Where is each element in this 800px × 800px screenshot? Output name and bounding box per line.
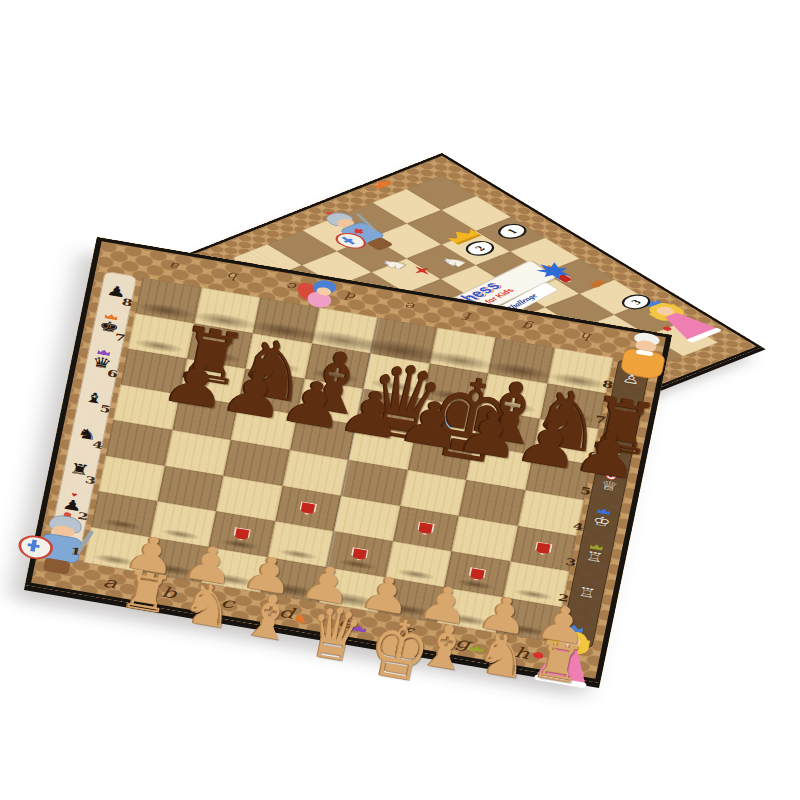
legend-black-knight: ♞	[75, 425, 98, 442]
track-number: 3	[628, 298, 644, 306]
track-number: 1	[504, 227, 520, 235]
black-pawn-glyph: ♟	[570, 419, 647, 489]
track-number: 2	[472, 244, 488, 252]
red-heart-icon: ♥	[71, 491, 78, 498]
file-label-top-e: e	[405, 300, 417, 313]
legend-white-king: ♔	[592, 514, 612, 529]
white-rook-glyph: ♜	[529, 633, 589, 692]
legend-black-pawn: ♟	[105, 283, 128, 300]
legend-white-rook: ♖	[584, 550, 604, 565]
rank-label-right-3: 3	[565, 556, 578, 569]
legend-black-bishop: ♝	[83, 390, 106, 407]
file-label-top-f: f	[465, 311, 473, 323]
file-label-top-d: d	[345, 290, 358, 303]
shield-cross-icon	[27, 539, 41, 552]
file-label-top-h: h	[581, 330, 594, 343]
legend-black-queen: ♛	[90, 354, 113, 371]
rank-label-right-5: 5	[579, 485, 592, 498]
rank-label-right-4: 4	[572, 520, 585, 533]
knight-boy-art-front	[17, 510, 103, 590]
granny-art	[612, 329, 675, 384]
file-label-top-b: b	[228, 270, 241, 283]
file-label-top-g: g	[522, 320, 535, 333]
product-photo-stage: Chess for Kids Challenge 1 2 3 ♞ ♜ ♞	[0, 0, 800, 800]
legend-black-king: ♚	[98, 319, 121, 336]
file-label-top-a: a	[169, 260, 181, 273]
legend-black-pawn: ♟	[61, 497, 84, 514]
piece-black-pawn-h7[interactable]: ♟	[558, 417, 657, 491]
legend-black-rook: ♜	[68, 461, 91, 478]
legend-white-rook: ♖	[577, 585, 597, 600]
rank-label-left-1: 1	[69, 545, 82, 558]
orange-crown-band-icon	[370, 178, 393, 189]
